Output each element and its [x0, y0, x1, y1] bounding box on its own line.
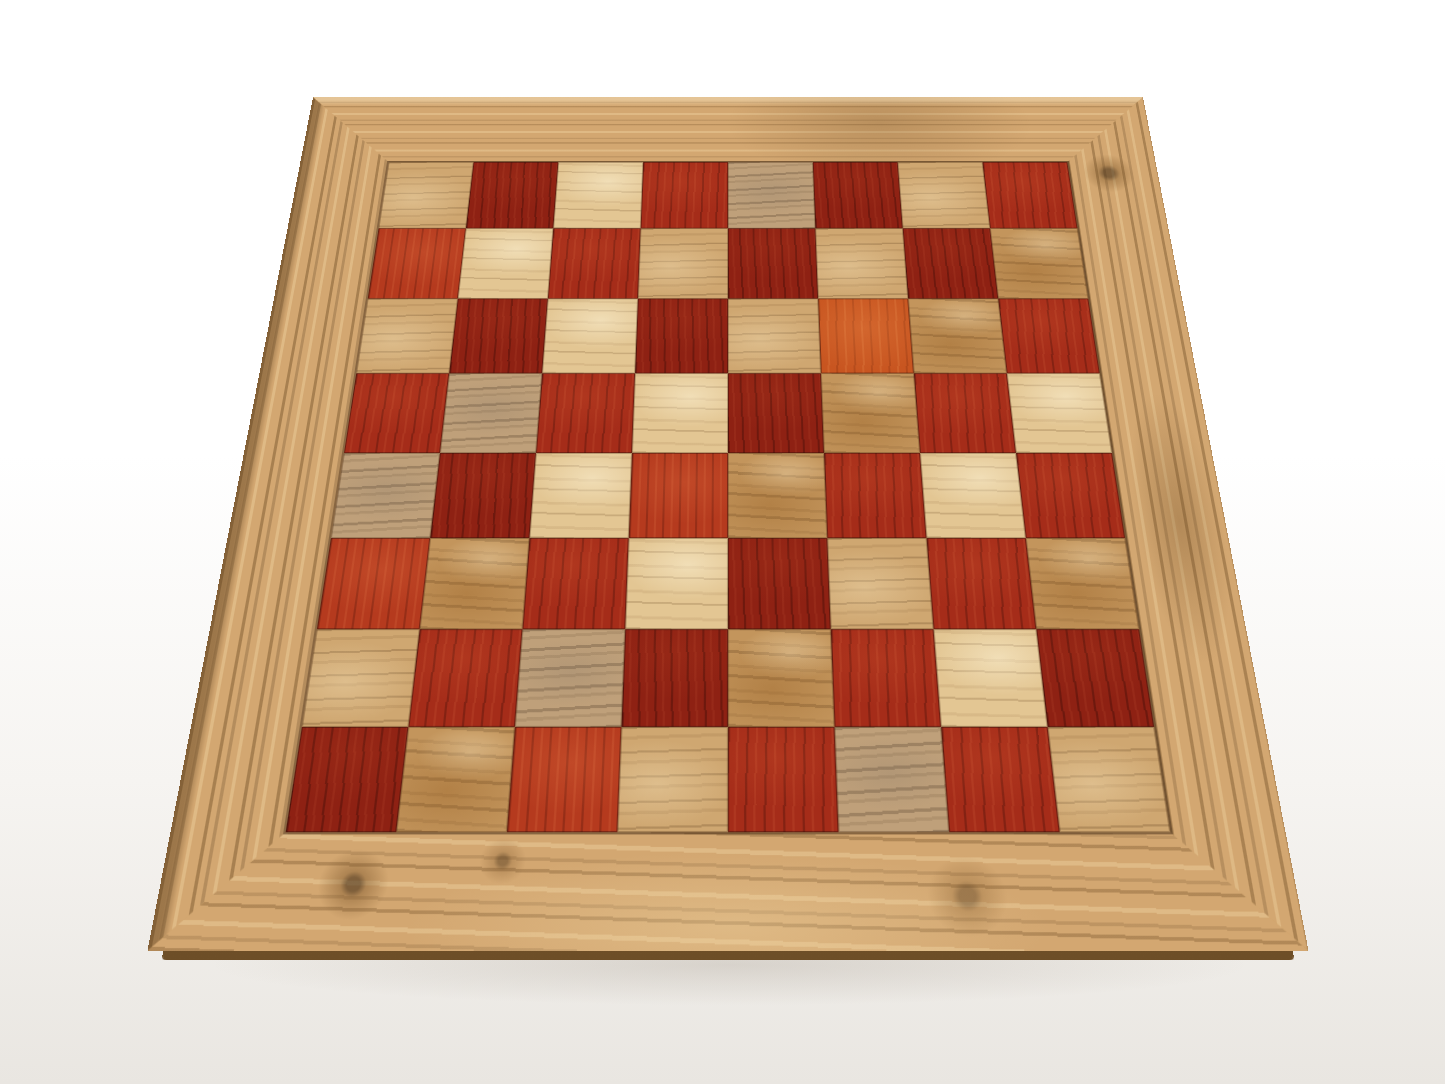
square-a7 [368, 228, 466, 298]
square-h8 [982, 162, 1077, 228]
square-c4 [529, 453, 632, 538]
square-a8 [379, 162, 474, 228]
photo-background [0, 0, 1445, 1084]
square-a3 [317, 538, 430, 629]
square-b1 [396, 727, 515, 832]
chess-board [148, 97, 1309, 950]
square-f5 [821, 373, 920, 453]
square-g6 [908, 299, 1007, 374]
square-h6 [998, 299, 1100, 374]
square-h2 [1036, 629, 1154, 727]
square-a1 [286, 727, 409, 832]
square-h4 [1016, 453, 1125, 538]
square-f4 [824, 453, 927, 538]
square-d6 [635, 299, 728, 374]
square-c2 [515, 629, 625, 727]
board-perspective-scene [0, 0, 1445, 1084]
square-f8 [813, 162, 903, 228]
square-b2 [408, 629, 522, 727]
square-d4 [629, 453, 728, 538]
square-g3 [927, 538, 1037, 629]
square-h5 [1007, 373, 1112, 453]
square-h3 [1026, 538, 1139, 629]
square-a2 [302, 629, 420, 727]
square-c3 [522, 538, 628, 629]
square-e4 [728, 453, 827, 538]
square-b5 [440, 373, 542, 453]
square-c5 [536, 373, 635, 453]
square-d2 [621, 629, 728, 727]
square-h7 [990, 228, 1088, 298]
square-d7 [638, 228, 728, 298]
square-e6 [728, 299, 821, 374]
square-b3 [420, 538, 530, 629]
square-h1 [1048, 727, 1171, 832]
square-b8 [466, 162, 558, 228]
board-frame-top [300, 97, 1155, 162]
square-e7 [728, 228, 818, 298]
square-c8 [553, 162, 643, 228]
square-b6 [449, 299, 548, 374]
square-g1 [941, 727, 1060, 832]
square-e3 [728, 538, 831, 629]
square-b4 [430, 453, 536, 538]
square-f6 [818, 299, 914, 374]
square-e8 [728, 162, 815, 228]
square-d1 [617, 727, 728, 832]
square-g4 [920, 453, 1026, 538]
square-e2 [728, 629, 835, 727]
square-a5 [344, 373, 449, 453]
square-f3 [827, 538, 933, 629]
square-d8 [641, 162, 728, 228]
square-f1 [835, 727, 950, 832]
square-g2 [934, 629, 1048, 727]
square-g8 [898, 162, 990, 228]
square-g7 [903, 228, 998, 298]
square-c6 [542, 299, 638, 374]
square-a4 [331, 453, 440, 538]
square-c7 [548, 228, 641, 298]
square-c1 [507, 727, 622, 832]
square-b7 [458, 228, 553, 298]
square-e5 [728, 373, 824, 453]
square-d3 [625, 538, 728, 629]
square-e1 [728, 727, 839, 832]
square-f7 [815, 228, 908, 298]
square-g5 [914, 373, 1016, 453]
board-squares-grid [286, 162, 1171, 832]
square-a6 [356, 299, 458, 374]
square-d5 [632, 373, 728, 453]
square-f2 [831, 629, 941, 727]
board-frame-bottom [148, 832, 1309, 950]
